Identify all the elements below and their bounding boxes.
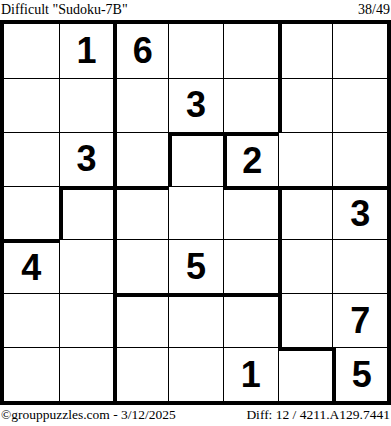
cell-r5c7[interactable]	[332, 239, 387, 293]
cell-r4c3[interactable]	[113, 186, 168, 240]
cell-r7c3[interactable]	[113, 347, 168, 401]
cell-r6c7: 7	[332, 293, 387, 347]
cell-r2c1[interactable]	[4, 78, 59, 132]
cell-r4c4[interactable]	[168, 186, 223, 240]
page-footer: ©grouppuzzles.com - 3/12/2025 Diff: 12 /…	[0, 405, 391, 426]
cell-r7c4[interactable]	[168, 347, 223, 401]
cell-r6c4[interactable]	[168, 293, 223, 347]
cell-r7c5: 1	[223, 347, 278, 401]
cell-r7c1[interactable]	[4, 347, 59, 401]
cell-r3c7[interactable]	[332, 132, 387, 186]
cell-r3c3[interactable]	[113, 132, 168, 186]
cell-r2c6[interactable]	[278, 78, 333, 132]
cell-r2c4: 3	[168, 78, 223, 132]
cell-r1c4[interactable]	[168, 24, 223, 78]
cell-r7c6[interactable]	[278, 347, 333, 401]
cell-r5c4: 5	[168, 239, 223, 293]
cell-r3c1[interactable]	[4, 132, 59, 186]
copyright-text: ©grouppuzzles.com - 3/12/2025	[1, 407, 176, 423]
cell-r5c3[interactable]	[113, 239, 168, 293]
cell-r4c7: 3	[332, 186, 387, 240]
cell-r4c1[interactable]	[4, 186, 59, 240]
cell-r2c3[interactable]	[113, 78, 168, 132]
cell-r1c5[interactable]	[223, 24, 278, 78]
cell-r5c6[interactable]	[278, 239, 333, 293]
puzzle-title: Difficult "Sudoku-7B"	[1, 1, 128, 18]
cell-r6c6[interactable]	[278, 293, 333, 347]
cell-r4c2[interactable]	[59, 186, 114, 240]
cell-r1c7[interactable]	[332, 24, 387, 78]
puzzle-page: Difficult "Sudoku-7B" 38/49 16332345715 …	[0, 0, 391, 426]
cell-r1c2: 1	[59, 24, 114, 78]
cell-r5c1: 4	[4, 239, 59, 293]
cell-r3c2: 3	[59, 132, 114, 186]
sudoku-board: 16332345715	[0, 20, 391, 405]
cell-r4c6[interactable]	[278, 186, 333, 240]
cell-r5c5[interactable]	[223, 239, 278, 293]
cell-r4c5[interactable]	[223, 186, 278, 240]
cell-r2c5[interactable]	[223, 78, 278, 132]
page-number: 38/49	[358, 1, 390, 18]
cell-r3c6[interactable]	[278, 132, 333, 186]
difficulty-text: Diff: 12 / 4211.A129.7441	[246, 407, 390, 423]
cell-r2c7[interactable]	[332, 78, 387, 132]
cell-r1c6[interactable]	[278, 24, 333, 78]
cell-r1c3: 6	[113, 24, 168, 78]
cell-r6c1[interactable]	[4, 293, 59, 347]
cell-r6c3[interactable]	[113, 293, 168, 347]
cell-r3c4[interactable]	[168, 132, 223, 186]
cell-r1c1[interactable]	[4, 24, 59, 78]
cell-r7c7: 5	[332, 347, 387, 401]
cell-r7c2[interactable]	[59, 347, 114, 401]
cell-r5c2[interactable]	[59, 239, 114, 293]
cell-r2c2[interactable]	[59, 78, 114, 132]
page-header: Difficult "Sudoku-7B" 38/49	[0, 0, 391, 20]
cell-r6c5[interactable]	[223, 293, 278, 347]
cell-r6c2[interactable]	[59, 293, 114, 347]
cell-r3c5: 2	[223, 132, 278, 186]
